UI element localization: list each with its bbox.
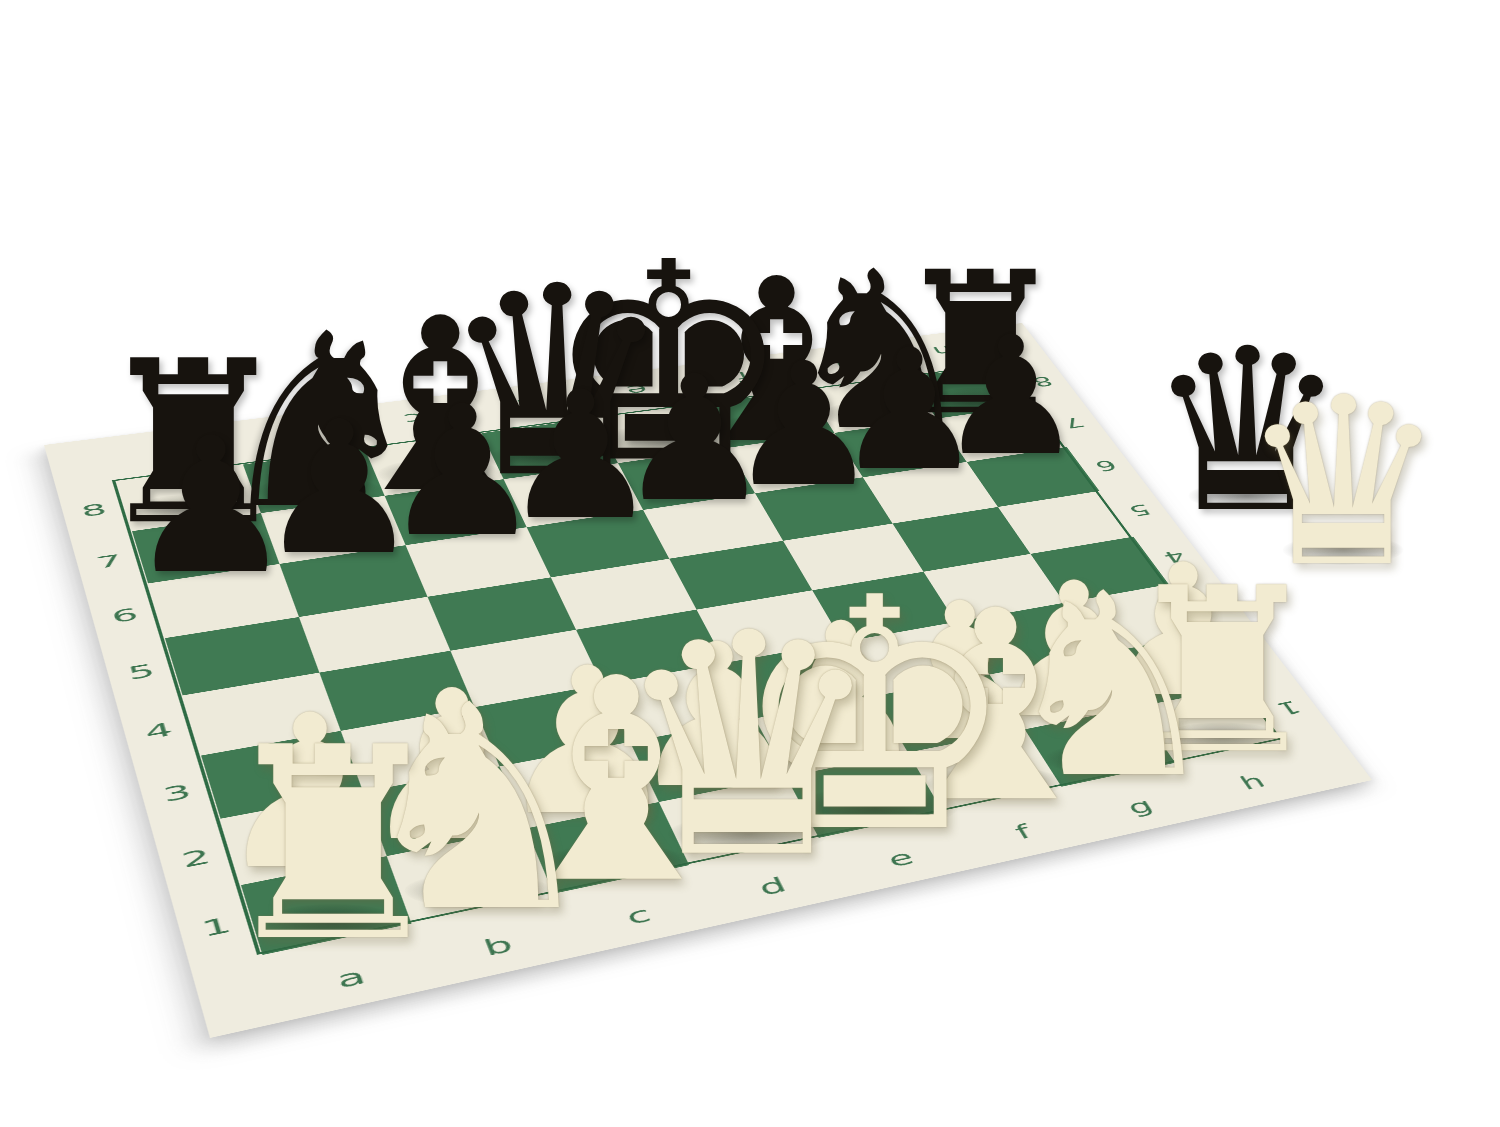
piece-black-pawn-a7: ♟ xyxy=(127,413,295,601)
pieces-layer: ♜♞♝♛♚♝♞♜♟♟♟♟♟♟♟♟♟♟♟♟♟♟♟♟♜♞♝♛♚♝♞♜♛♛ xyxy=(0,0,1500,1127)
product-photo-stage: aabbccddeeffgghh8877665544332211 ♜♞♝♛♚♝♞… xyxy=(0,0,1500,1127)
piece-white-rook-a1: ♜ xyxy=(214,713,452,978)
